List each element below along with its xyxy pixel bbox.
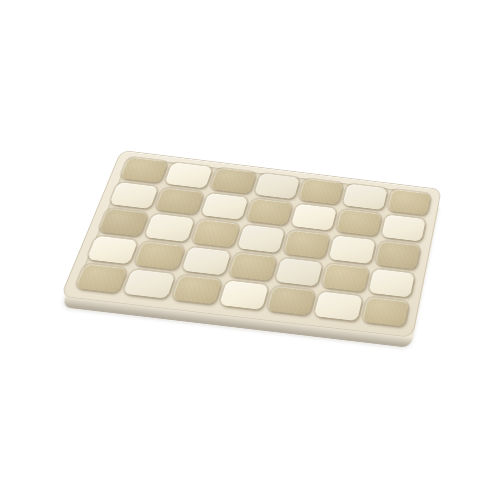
tile-r4c5-cream (275, 258, 323, 287)
tile-r5c2-cream (123, 269, 175, 299)
tile-r2c5-cream (291, 204, 337, 231)
tile-r4c2-tan (134, 241, 185, 270)
tile-r3c7-tan (375, 241, 421, 269)
tile-r2c7-cream (381, 215, 426, 242)
tile-r3c5-tan (283, 230, 330, 258)
tile-r3c2-cream (145, 214, 195, 242)
tile-r1c3-tan (209, 168, 256, 194)
tile-r4c4-tan (228, 252, 277, 281)
tile-r2c4-tan (246, 198, 293, 225)
product-photo-scene (0, 0, 500, 500)
tile-r4c1-cream (87, 235, 138, 264)
tile-r1c6-cream (343, 184, 388, 210)
tile-r2c2-tan (155, 188, 204, 215)
tile-r4c6-tan (322, 263, 369, 292)
tile-r1c5-tan (298, 178, 343, 204)
tile-r5c6-cream (314, 291, 362, 321)
tile-r5c7-tan (362, 297, 409, 327)
tile-r3c3-tan (191, 219, 240, 247)
tile-r3c1-tan (98, 208, 148, 236)
tile-r1c7-tan (387, 189, 431, 215)
tile-r5c1-tan (75, 263, 128, 293)
tile-r2c6-tan (336, 209, 382, 236)
tile-r3c4-cream (237, 225, 285, 253)
tile-r4c3-cream (181, 247, 231, 276)
tile-r1c1-tan (120, 157, 168, 183)
tile-r1c2-cream (165, 162, 213, 188)
tile-r5c4-cream (219, 280, 269, 310)
tile-r4c7-cream (368, 269, 415, 298)
tile-r3c6-cream (329, 236, 375, 264)
checkerboard-grid (75, 157, 431, 327)
tile-r2c3-cream (200, 193, 248, 220)
tile-r5c5-tan (267, 286, 316, 316)
tile-r1c4-cream (254, 173, 300, 199)
tile-r2c1-cream (109, 182, 158, 209)
tile-r5c3-tan (171, 275, 222, 305)
